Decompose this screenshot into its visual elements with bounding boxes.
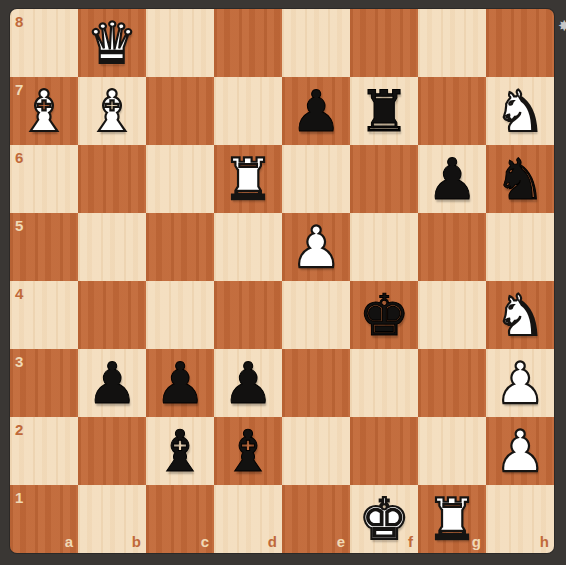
square-e1[interactable]: e xyxy=(282,485,350,553)
square-a6[interactable]: 6 xyxy=(10,145,78,213)
square-e4[interactable] xyxy=(282,281,350,349)
square-f2[interactable] xyxy=(350,417,418,485)
square-e5[interactable]: ♟ xyxy=(282,213,350,281)
black-pawn-c3[interactable]: ♟ xyxy=(146,349,214,417)
white-knight-h7[interactable]: ♞ xyxy=(486,77,554,145)
white-pawn-e5[interactable]: ♟ xyxy=(282,213,350,281)
file-label-h: h xyxy=(540,533,549,550)
white-bishop-a7[interactable]: ♝ xyxy=(10,77,78,145)
square-h2[interactable]: ♟ xyxy=(486,417,554,485)
black-pawn-e7[interactable]: ♟ xyxy=(282,77,350,145)
square-e7[interactable]: ♟ xyxy=(282,77,350,145)
rank-label-8: 8 xyxy=(15,13,23,30)
square-c2[interactable]: ♝ xyxy=(146,417,214,485)
rank-label-1: 1 xyxy=(15,489,23,506)
square-c3[interactable]: ♟ xyxy=(146,349,214,417)
square-f7[interactable]: ♜ xyxy=(350,77,418,145)
edge-icon-fragment: ✸ xyxy=(558,17,566,35)
square-f3[interactable] xyxy=(350,349,418,417)
square-d4[interactable] xyxy=(214,281,282,349)
square-g2[interactable] xyxy=(418,417,486,485)
square-a2[interactable]: 2 xyxy=(10,417,78,485)
rank-label-5: 5 xyxy=(15,217,23,234)
file-label-d: d xyxy=(268,533,277,550)
square-d1[interactable]: d xyxy=(214,485,282,553)
black-knight-h6[interactable]: ♞ xyxy=(486,145,554,213)
square-f5[interactable] xyxy=(350,213,418,281)
square-d2[interactable]: ♝ xyxy=(214,417,282,485)
square-e6[interactable] xyxy=(282,145,350,213)
square-h5[interactable] xyxy=(486,213,554,281)
square-e3[interactable] xyxy=(282,349,350,417)
square-g4[interactable] xyxy=(418,281,486,349)
square-e8[interactable] xyxy=(282,9,350,77)
square-g6[interactable]: ♟ xyxy=(418,145,486,213)
square-e2[interactable] xyxy=(282,417,350,485)
file-label-b: b xyxy=(132,533,141,550)
square-c5[interactable] xyxy=(146,213,214,281)
square-c4[interactable] xyxy=(146,281,214,349)
square-c6[interactable] xyxy=(146,145,214,213)
file-label-c: c xyxy=(201,533,209,550)
rank-label-6: 6 xyxy=(15,149,23,166)
square-a1[interactable]: 1a xyxy=(10,485,78,553)
chess-board: 8♛7♝♝♟♜♞6♜♟♞5♟4♚♞3♟♟♟♟2♝♝♟1abcdef♚g♜h xyxy=(10,9,554,553)
square-f8[interactable] xyxy=(350,9,418,77)
square-h1[interactable]: h xyxy=(486,485,554,553)
black-bishop-d2[interactable]: ♝ xyxy=(214,417,282,485)
square-a4[interactable]: 4 xyxy=(10,281,78,349)
square-b3[interactable]: ♟ xyxy=(78,349,146,417)
square-b5[interactable] xyxy=(78,213,146,281)
square-d3[interactable]: ♟ xyxy=(214,349,282,417)
square-a3[interactable]: 3 xyxy=(10,349,78,417)
file-label-a: a xyxy=(65,533,73,550)
square-c1[interactable]: c xyxy=(146,485,214,553)
square-b1[interactable]: b xyxy=(78,485,146,553)
square-c8[interactable] xyxy=(146,9,214,77)
square-b8[interactable]: ♛ xyxy=(78,9,146,77)
square-f1[interactable]: f♚ xyxy=(350,485,418,553)
black-pawn-b3[interactable]: ♟ xyxy=(78,349,146,417)
rank-label-3: 3 xyxy=(15,353,23,370)
square-h4[interactable]: ♞ xyxy=(486,281,554,349)
black-king-f4[interactable]: ♚ xyxy=(350,281,418,349)
square-g3[interactable] xyxy=(418,349,486,417)
square-a7[interactable]: 7♝ xyxy=(10,77,78,145)
square-f4[interactable]: ♚ xyxy=(350,281,418,349)
square-d7[interactable] xyxy=(214,77,282,145)
white-rook-g1[interactable]: ♜ xyxy=(418,485,486,553)
black-bishop-c2[interactable]: ♝ xyxy=(146,417,214,485)
square-b6[interactable] xyxy=(78,145,146,213)
rank-label-2: 2 xyxy=(15,421,23,438)
square-g1[interactable]: g♜ xyxy=(418,485,486,553)
square-g8[interactable] xyxy=(418,9,486,77)
square-g5[interactable] xyxy=(418,213,486,281)
square-g7[interactable] xyxy=(418,77,486,145)
white-knight-h4[interactable]: ♞ xyxy=(486,281,554,349)
square-h8[interactable] xyxy=(486,9,554,77)
rank-label-4: 4 xyxy=(15,285,23,302)
white-bishop-b7[interactable]: ♝ xyxy=(78,77,146,145)
white-king-f1[interactable]: ♚ xyxy=(350,485,418,553)
square-c7[interactable] xyxy=(146,77,214,145)
black-pawn-g6[interactable]: ♟ xyxy=(418,145,486,213)
square-a8[interactable]: 8 xyxy=(10,9,78,77)
square-b2[interactable] xyxy=(78,417,146,485)
square-f6[interactable] xyxy=(350,145,418,213)
white-pawn-h3[interactable]: ♟ xyxy=(486,349,554,417)
black-rook-f7[interactable]: ♜ xyxy=(350,77,418,145)
square-a5[interactable]: 5 xyxy=(10,213,78,281)
square-h7[interactable]: ♞ xyxy=(486,77,554,145)
white-queen-b8[interactable]: ♛ xyxy=(78,9,146,77)
white-rook-d6[interactable]: ♜ xyxy=(214,145,282,213)
square-d6[interactable]: ♜ xyxy=(214,145,282,213)
white-pawn-h2[interactable]: ♟ xyxy=(486,417,554,485)
square-h3[interactable]: ♟ xyxy=(486,349,554,417)
file-label-e: e xyxy=(337,533,345,550)
chess-app-frame: 8♛7♝♝♟♜♞6♜♟♞5♟4♚♞3♟♟♟♟2♝♝♟1abcdef♚g♜h ✸ xyxy=(0,0,566,565)
square-b7[interactable]: ♝ xyxy=(78,77,146,145)
black-pawn-d3[interactable]: ♟ xyxy=(214,349,282,417)
square-b4[interactable] xyxy=(78,281,146,349)
square-h6[interactable]: ♞ xyxy=(486,145,554,213)
square-d5[interactable] xyxy=(214,213,282,281)
square-d8[interactable] xyxy=(214,9,282,77)
